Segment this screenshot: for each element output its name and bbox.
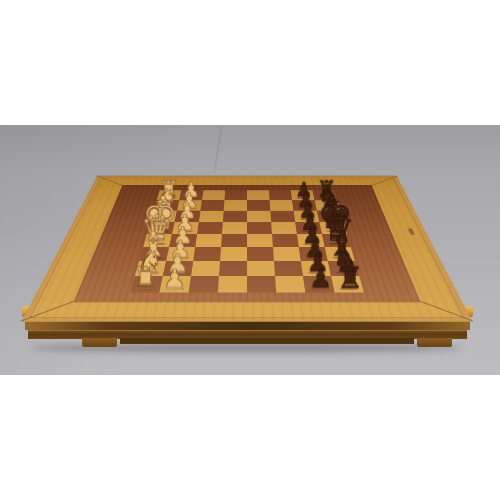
square-h6 [269, 190, 292, 200]
square-b5 [247, 261, 275, 276]
square-f5 [247, 211, 271, 222]
square-c5 [247, 247, 274, 261]
square-b4 [219, 261, 247, 276]
square-b3 [191, 261, 220, 276]
right-foot [417, 338, 452, 347]
square-g6 [270, 200, 294, 211]
chessboard: ♜♟♟♜♞♟♟♞♝♟♟♝♚♟♟♚♛♟♟♛♝♟♟♝♞♟♟♞♜♟♟♜ [21, 176, 472, 322]
square-f4 [223, 211, 247, 222]
square-a8: ♜ [331, 276, 364, 292]
base-recess [120, 338, 414, 344]
square-g3 [200, 200, 224, 211]
square-e3 [197, 222, 223, 234]
square-b6 [274, 261, 303, 276]
square-d6 [272, 234, 299, 247]
square-f3 [199, 211, 224, 222]
miter-joint [371, 176, 398, 186]
square-a3 [189, 276, 219, 292]
square-a5 [247, 276, 276, 292]
square-a7: ♟ [303, 276, 335, 292]
square-a6 [275, 276, 305, 292]
studio-backdrop: ♜♟♟♜♞♟♟♞♝♟♟♝♚♟♟♚♛♟♟♛♝♟♟♝♞♟♟♞♜♟♟♜ [0, 125, 500, 375]
left-foot [82, 338, 117, 347]
square-d5 [247, 234, 273, 247]
square-h5 [247, 190, 270, 200]
miter-joint [96, 176, 123, 186]
photo-canvas: ♜♟♟♜♞♟♟♞♝♟♟♝♚♟♟♚♛♟♟♛♝♟♟♝♞♟♟♞♜♟♟♜ [0, 0, 500, 500]
piece-black-pawn: ♟ [309, 267, 332, 293]
mahogany-inlay-band: ♜♟♟♜♞♟♟♞♝♟♟♝♚♟♟♚♛♟♟♛♝♟♟♝♞♟♟♞♜♟♟♜ [73, 185, 420, 302]
square-e6 [271, 222, 297, 234]
square-f6 [270, 211, 295, 222]
square-g4 [224, 200, 247, 211]
square-c6 [273, 247, 301, 261]
square-h3 [202, 190, 225, 200]
square-e4 [222, 222, 247, 234]
checkerboard-grid: ♜♟♟♜♞♟♟♞♝♟♟♝♚♟♟♚♛♟♟♛♝♟♟♝♞♟♟♞♜♟♟♜ [130, 190, 364, 292]
piece-black-rook: ♜ [336, 263, 362, 292]
square-a1: ♜ [130, 276, 163, 292]
wood-knot [407, 228, 415, 235]
square-c4 [220, 247, 247, 261]
oak-frame: ♜♟♟♜♞♟♟♞♝♟♟♝♚♟♟♚♛♟♟♛♝♟♟♝♞♟♟♞♜♟♟♜ [21, 176, 472, 322]
square-d3 [195, 234, 222, 247]
square-g5 [247, 200, 270, 211]
square-d4 [221, 234, 247, 247]
square-a2: ♟ [159, 276, 191, 292]
square-a4 [218, 276, 247, 292]
piece-white-rook: ♜ [132, 263, 158, 292]
box-base [28, 338, 467, 347]
square-c3 [193, 247, 221, 261]
square-e5 [247, 222, 272, 234]
piece-white-pawn: ♟ [162, 267, 185, 293]
square-h4 [224, 190, 247, 200]
far-edge-line [97, 176, 397, 177]
